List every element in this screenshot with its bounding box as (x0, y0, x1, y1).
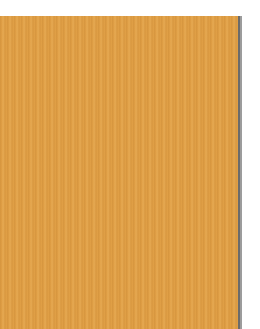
row-labels-strip (242, 0, 260, 329)
go-board[interactable] (0, 16, 238, 329)
go-board-screenshot (0, 0, 260, 329)
column-labels-strip (0, 0, 260, 16)
